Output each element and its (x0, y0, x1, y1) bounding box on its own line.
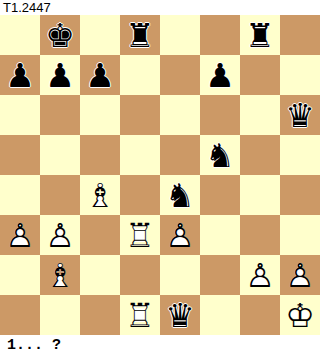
white-rook-icon: ♜ (120, 295, 160, 335)
square-g1[interactable] (240, 295, 280, 335)
square-b8[interactable]: ♚ (40, 15, 80, 55)
square-c8[interactable] (80, 15, 120, 55)
square-d1[interactable]: ♜♖ (120, 295, 160, 335)
black-pawn-icon: ♟ (40, 55, 80, 95)
square-c4[interactable]: ♝♗ (80, 175, 120, 215)
square-a1[interactable] (0, 295, 40, 335)
white-pawn-icon: ♟ (280, 255, 320, 295)
square-c2[interactable] (80, 255, 120, 295)
square-d6[interactable] (120, 95, 160, 135)
square-h2[interactable]: ♟♙ (280, 255, 320, 295)
square-f8[interactable] (200, 15, 240, 55)
square-g8[interactable]: ♜ (240, 15, 280, 55)
square-d4[interactable] (120, 175, 160, 215)
square-e3[interactable]: ♟♙ (160, 215, 200, 255)
white-rook-outline-icon: ♖ (120, 295, 160, 335)
square-e4[interactable]: ♞ (160, 175, 200, 215)
square-d7[interactable] (120, 55, 160, 95)
square-f3[interactable] (200, 215, 240, 255)
square-e2[interactable] (160, 255, 200, 295)
black-pawn-icon: ♟ (200, 55, 240, 95)
black-pawn-icon: ♟ (80, 55, 120, 95)
square-a4[interactable] (0, 175, 40, 215)
square-b7[interactable]: ♟ (40, 55, 80, 95)
square-g2[interactable]: ♟♙ (240, 255, 280, 295)
white-pawn-icon: ♟ (160, 215, 200, 255)
square-f7[interactable]: ♟ (200, 55, 240, 95)
square-h4[interactable] (280, 175, 320, 215)
white-bishop-outline-icon: ♗ (40, 255, 80, 295)
square-f2[interactable] (200, 255, 240, 295)
square-b5[interactable] (40, 135, 80, 175)
square-f5[interactable]: ♞ (200, 135, 240, 175)
square-f1[interactable] (200, 295, 240, 335)
square-g6[interactable] (240, 95, 280, 135)
square-b6[interactable] (40, 95, 80, 135)
square-a8[interactable] (0, 15, 40, 55)
white-pawn-icon: ♟ (40, 215, 80, 255)
square-a6[interactable] (0, 95, 40, 135)
black-queen-icon: ♛ (160, 295, 200, 335)
square-g4[interactable] (240, 175, 280, 215)
white-rook-outline-icon: ♖ (120, 215, 160, 255)
square-c3[interactable] (80, 215, 120, 255)
square-e6[interactable] (160, 95, 200, 135)
square-c1[interactable] (80, 295, 120, 335)
square-h1[interactable]: ♚♔ (280, 295, 320, 335)
square-b1[interactable] (40, 295, 80, 335)
square-h3[interactable] (280, 215, 320, 255)
square-d2[interactable] (120, 255, 160, 295)
square-h8[interactable] (280, 15, 320, 55)
square-f6[interactable] (200, 95, 240, 135)
white-king-icon: ♚ (280, 295, 320, 335)
square-f4[interactable] (200, 175, 240, 215)
square-e7[interactable] (160, 55, 200, 95)
black-rook-icon: ♜ (120, 15, 160, 55)
white-pawn-outline-icon: ♙ (280, 255, 320, 295)
square-d8[interactable]: ♜ (120, 15, 160, 55)
black-king-icon: ♚ (40, 15, 80, 55)
black-rook-icon: ♜ (240, 15, 280, 55)
move-prompt: 1... ? (7, 337, 61, 354)
square-e1[interactable]: ♛ (160, 295, 200, 335)
square-c7[interactable]: ♟ (80, 55, 120, 95)
puzzle-id: T1.2447 (3, 0, 51, 15)
white-pawn-outline-icon: ♙ (240, 255, 280, 295)
square-a2[interactable] (0, 255, 40, 295)
square-h5[interactable] (280, 135, 320, 175)
square-a7[interactable]: ♟ (0, 55, 40, 95)
white-pawn-outline-icon: ♙ (160, 215, 200, 255)
black-queen-icon: ♛ (280, 95, 320, 135)
white-pawn-outline-icon: ♙ (0, 215, 40, 255)
white-bishop-icon: ♝ (40, 255, 80, 295)
square-c6[interactable] (80, 95, 120, 135)
square-d3[interactable]: ♜♖ (120, 215, 160, 255)
square-e8[interactable] (160, 15, 200, 55)
square-b2[interactable]: ♝♗ (40, 255, 80, 295)
white-bishop-icon: ♝ (80, 175, 120, 215)
white-bishop-outline-icon: ♗ (80, 175, 120, 215)
white-pawn-outline-icon: ♙ (40, 215, 80, 255)
square-e5[interactable] (160, 135, 200, 175)
square-a5[interactable] (0, 135, 40, 175)
square-g7[interactable] (240, 55, 280, 95)
white-pawn-icon: ♟ (0, 215, 40, 255)
square-b3[interactable]: ♟♙ (40, 215, 80, 255)
square-g5[interactable] (240, 135, 280, 175)
square-a3[interactable]: ♟♙ (0, 215, 40, 255)
square-c5[interactable] (80, 135, 120, 175)
chess-board: ♚♜♜♟♟♟♟♛♞♝♗♞♟♙♟♙♜♖♟♙♝♗♟♙♟♙♜♖♛♚♔ (0, 15, 320, 335)
square-g3[interactable] (240, 215, 280, 255)
black-knight-icon: ♞ (160, 175, 200, 215)
black-pawn-icon: ♟ (0, 55, 40, 95)
white-rook-icon: ♜ (120, 215, 160, 255)
black-knight-icon: ♞ (200, 135, 240, 175)
square-h6[interactable]: ♛ (280, 95, 320, 135)
white-pawn-icon: ♟ (240, 255, 280, 295)
square-h7[interactable] (280, 55, 320, 95)
white-king-outline-icon: ♔ (280, 295, 320, 335)
square-b4[interactable] (40, 175, 80, 215)
square-d5[interactable] (120, 135, 160, 175)
